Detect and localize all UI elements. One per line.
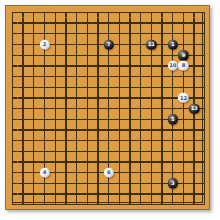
board-intersection[interactable] [18, 167, 29, 178]
board-intersection[interactable] [167, 103, 178, 114]
board-intersection[interactable] [114, 135, 125, 146]
board-intersection[interactable] [125, 189, 136, 200]
board-intersection[interactable] [82, 135, 93, 146]
board-intersection[interactable] [178, 39, 189, 50]
board-intersection[interactable] [71, 50, 82, 61]
board-intersection[interactable] [135, 103, 146, 114]
board-intersection[interactable] [157, 146, 168, 157]
board-intersection[interactable] [7, 125, 18, 136]
board-intersection[interactable] [28, 135, 39, 146]
board-intersection[interactable] [157, 71, 168, 82]
board-intersection[interactable] [61, 178, 72, 189]
board-intersection[interactable] [199, 125, 210, 136]
board-intersection[interactable] [50, 103, 61, 114]
board-intersection[interactable]: 13 [189, 103, 200, 114]
board-intersection[interactable] [189, 50, 200, 61]
board-intersection[interactable] [39, 146, 50, 157]
board-intersection[interactable] [146, 146, 157, 157]
board-intersection[interactable] [82, 71, 93, 82]
stone-black-9[interactable]: 9 [178, 50, 188, 60]
board-intersection[interactable] [189, 178, 200, 189]
board-intersection[interactable] [7, 146, 18, 157]
stone-white-2[interactable]: 2 [39, 39, 49, 49]
board-intersection[interactable] [167, 93, 178, 104]
board-intersection[interactable] [157, 167, 168, 178]
board-intersection[interactable] [114, 93, 125, 104]
board-intersection[interactable] [125, 167, 136, 178]
board-intersection[interactable] [71, 125, 82, 136]
board-intersection[interactable] [103, 103, 114, 114]
board-intersection[interactable] [39, 199, 50, 210]
board-intersection[interactable] [114, 199, 125, 210]
board-intersection[interactable] [189, 135, 200, 146]
board-intersection[interactable] [71, 199, 82, 210]
board-intersection[interactable] [199, 178, 210, 189]
board-intersection[interactable] [114, 71, 125, 82]
board-intersection[interactable] [125, 39, 136, 50]
board-intersection[interactable] [7, 114, 18, 125]
board-intersection[interactable] [157, 199, 168, 210]
board-intersection[interactable] [39, 50, 50, 61]
board-intersection[interactable] [189, 157, 200, 168]
board-intersection[interactable] [146, 125, 157, 136]
board-intersection[interactable] [135, 157, 146, 168]
board-intersection[interactable] [50, 157, 61, 168]
board-intersection[interactable] [114, 18, 125, 29]
board-intersection[interactable] [157, 178, 168, 189]
board-intersection[interactable] [125, 125, 136, 136]
board-intersection[interactable]: 2 [39, 39, 50, 50]
board-intersection[interactable] [114, 189, 125, 200]
board-intersection[interactable] [125, 114, 136, 125]
board-intersection[interactable] [7, 61, 18, 72]
board-intersection[interactable] [39, 135, 50, 146]
board-intersection[interactable] [146, 7, 157, 18]
board-intersection[interactable]: 1 [167, 39, 178, 50]
board-intersection[interactable] [71, 18, 82, 29]
board-intersection[interactable] [39, 82, 50, 93]
board-intersection[interactable] [28, 103, 39, 114]
board-intersection[interactable] [103, 18, 114, 29]
board-intersection[interactable] [199, 18, 210, 29]
board-intersection[interactable] [82, 157, 93, 168]
board-intersection[interactable] [61, 103, 72, 114]
board-intersection[interactable] [103, 61, 114, 72]
board-intersection[interactable] [71, 93, 82, 104]
board-intersection[interactable] [114, 167, 125, 178]
board-intersection[interactable] [189, 61, 200, 72]
board-intersection[interactable] [114, 125, 125, 136]
board-intersection[interactable] [135, 135, 146, 146]
board-intersection[interactable] [146, 50, 157, 61]
board-intersection[interactable] [114, 39, 125, 50]
board-intersection[interactable] [28, 114, 39, 125]
board-intersection[interactable] [71, 189, 82, 200]
board-intersection[interactable] [146, 61, 157, 72]
board-intersection[interactable] [135, 82, 146, 93]
board-intersection[interactable] [18, 71, 29, 82]
board-intersection[interactable] [146, 199, 157, 210]
board-intersection[interactable] [178, 28, 189, 39]
board-intersection[interactable] [93, 71, 104, 82]
board-intersection[interactable] [199, 7, 210, 18]
board-intersection[interactable] [7, 189, 18, 200]
board-intersection[interactable] [125, 103, 136, 114]
board-intersection[interactable] [50, 18, 61, 29]
board-intersection[interactable] [114, 28, 125, 39]
board-intersection[interactable] [39, 18, 50, 29]
board-intersection[interactable]: 6 [103, 167, 114, 178]
board-intersection[interactable] [189, 114, 200, 125]
board-intersection[interactable] [7, 71, 18, 82]
board-intersection[interactable] [199, 135, 210, 146]
board-intersection[interactable] [157, 50, 168, 61]
board-intersection[interactable] [189, 189, 200, 200]
board-intersection[interactable] [18, 135, 29, 146]
board-intersection[interactable] [189, 82, 200, 93]
board-intersection[interactable] [146, 189, 157, 200]
board-intersection[interactable] [167, 18, 178, 29]
board-intersection[interactable] [71, 103, 82, 114]
board-intersection[interactable] [71, 146, 82, 157]
board-intersection[interactable] [157, 7, 168, 18]
board-intersection[interactable] [178, 125, 189, 136]
board-intersection[interactable] [82, 39, 93, 50]
board-intersection[interactable] [71, 167, 82, 178]
board-intersection[interactable] [93, 178, 104, 189]
board-intersection[interactable] [82, 114, 93, 125]
board-intersection[interactable]: 4 [39, 167, 50, 178]
board-intersection[interactable] [199, 157, 210, 168]
board-intersection[interactable] [18, 114, 29, 125]
board-intersection[interactable] [61, 199, 72, 210]
board-intersection[interactable] [18, 7, 29, 18]
board-intersection[interactable] [103, 7, 114, 18]
board-intersection[interactable] [103, 114, 114, 125]
board-intersection[interactable] [50, 82, 61, 93]
board-intersection[interactable] [71, 71, 82, 82]
board-intersection[interactable]: 3 [167, 178, 178, 189]
board-intersection[interactable] [50, 146, 61, 157]
board-intersection[interactable]: 10 [167, 61, 178, 72]
board-intersection[interactable] [50, 189, 61, 200]
board-intersection[interactable] [135, 178, 146, 189]
board-intersection[interactable] [178, 178, 189, 189]
board-intersection[interactable] [125, 18, 136, 29]
board-intersection[interactable] [71, 178, 82, 189]
board-intersection[interactable] [50, 71, 61, 82]
board-intersection[interactable] [93, 157, 104, 168]
board-intersection[interactable] [82, 61, 93, 72]
board-intersection[interactable] [28, 93, 39, 104]
board-intersection[interactable] [93, 39, 104, 50]
board-intersection[interactable] [39, 114, 50, 125]
board-intersection[interactable] [114, 146, 125, 157]
board-intersection[interactable] [114, 50, 125, 61]
board-intersection[interactable] [7, 135, 18, 146]
board-intersection[interactable] [61, 93, 72, 104]
board-intersection[interactable] [93, 82, 104, 93]
board-intersection[interactable] [18, 50, 29, 61]
board-intersection[interactable] [93, 199, 104, 210]
board-intersection[interactable] [114, 103, 125, 114]
board-intersection[interactable] [7, 178, 18, 189]
board-intersection[interactable] [125, 82, 136, 93]
board-intersection[interactable] [199, 28, 210, 39]
board-intersection[interactable] [61, 157, 72, 168]
board-intersection[interactable]: 7 [103, 39, 114, 50]
board-intersection[interactable] [135, 61, 146, 72]
board-intersection[interactable] [103, 189, 114, 200]
board-intersection[interactable] [18, 146, 29, 157]
board-intersection[interactable] [135, 7, 146, 18]
board-intersection[interactable]: 9 [178, 50, 189, 61]
board-intersection[interactable]: 5 [167, 114, 178, 125]
board-intersection[interactable] [93, 28, 104, 39]
stone-black-5[interactable]: 5 [168, 114, 178, 124]
board-intersection[interactable] [18, 61, 29, 72]
board-intersection[interactable] [50, 167, 61, 178]
board-intersection[interactable] [93, 61, 104, 72]
board-intersection[interactable] [135, 125, 146, 136]
board-intersection[interactable] [82, 28, 93, 39]
board-intersection[interactable] [157, 114, 168, 125]
board-intersection[interactable] [178, 114, 189, 125]
board-intersection[interactable] [189, 18, 200, 29]
board-intersection[interactable] [157, 189, 168, 200]
board-intersection[interactable] [199, 199, 210, 210]
board-intersection[interactable] [93, 189, 104, 200]
board-intersection[interactable] [146, 114, 157, 125]
board-intersection[interactable] [93, 50, 104, 61]
board-intersection[interactable] [7, 39, 18, 50]
board-intersection[interactable] [135, 28, 146, 39]
board-intersection[interactable] [18, 103, 29, 114]
board-intersection[interactable] [18, 178, 29, 189]
board-intersection[interactable] [178, 135, 189, 146]
board-intersection[interactable] [103, 135, 114, 146]
board-intersection[interactable] [199, 189, 210, 200]
board-intersection[interactable] [167, 125, 178, 136]
board-intersection[interactable] [178, 189, 189, 200]
board-intersection[interactable] [61, 7, 72, 18]
board-intersection[interactable] [7, 103, 18, 114]
board-intersection[interactable] [28, 61, 39, 72]
board-intersection[interactable] [103, 199, 114, 210]
board-intersection[interactable] [18, 18, 29, 29]
board-intersection[interactable] [7, 82, 18, 93]
board-intersection[interactable] [50, 178, 61, 189]
board-intersection[interactable] [39, 28, 50, 39]
board-intersection[interactable] [18, 157, 29, 168]
board-intersection[interactable] [157, 61, 168, 72]
board-intersection[interactable] [7, 7, 18, 18]
stone-white-4[interactable]: 4 [39, 168, 49, 178]
board-intersection[interactable] [61, 114, 72, 125]
board-intersection[interactable] [61, 146, 72, 157]
board-intersection[interactable] [50, 114, 61, 125]
board-intersection[interactable] [199, 146, 210, 157]
stone-black-11[interactable]: 11 [146, 39, 156, 49]
board-intersection[interactable] [50, 61, 61, 72]
board-intersection[interactable] [18, 189, 29, 200]
board-intersection[interactable] [135, 18, 146, 29]
board-intersection[interactable] [50, 50, 61, 61]
board-intersection[interactable] [103, 28, 114, 39]
board-intersection[interactable] [28, 7, 39, 18]
board-intersection[interactable] [18, 93, 29, 104]
board-intersection[interactable] [50, 199, 61, 210]
board-intersection[interactable] [82, 189, 93, 200]
board-intersection[interactable] [125, 50, 136, 61]
board-intersection[interactable] [7, 199, 18, 210]
board-intersection[interactable] [28, 157, 39, 168]
board-intersection[interactable] [28, 146, 39, 157]
board-intersection[interactable] [135, 71, 146, 82]
board-intersection[interactable] [199, 167, 210, 178]
board-intersection[interactable] [199, 39, 210, 50]
board-intersection[interactable]: 12 [178, 93, 189, 104]
board-intersection[interactable] [135, 93, 146, 104]
board-intersection[interactable] [146, 178, 157, 189]
board-intersection[interactable] [7, 93, 18, 104]
board-intersection[interactable] [93, 114, 104, 125]
board-intersection[interactable] [167, 146, 178, 157]
board-intersection[interactable] [93, 167, 104, 178]
board-intersection[interactable] [28, 167, 39, 178]
board-intersection[interactable] [71, 28, 82, 39]
board-intersection[interactable] [189, 199, 200, 210]
board-intersection[interactable] [146, 28, 157, 39]
board-intersection[interactable] [189, 71, 200, 82]
board-intersection[interactable] [135, 50, 146, 61]
board-intersection[interactable] [71, 7, 82, 18]
board-intersection[interactable]: 11 [146, 39, 157, 50]
board-intersection[interactable] [189, 167, 200, 178]
stone-black-3[interactable]: 3 [168, 178, 178, 188]
board-intersection[interactable] [50, 39, 61, 50]
board-intersection[interactable] [178, 199, 189, 210]
board-intersection[interactable] [178, 103, 189, 114]
board-intersection[interactable] [125, 93, 136, 104]
board-intersection[interactable] [167, 189, 178, 200]
board-intersection[interactable] [93, 125, 104, 136]
board-intersection[interactable] [7, 157, 18, 168]
board-intersection[interactable] [82, 167, 93, 178]
board-intersection[interactable] [39, 61, 50, 72]
board-intersection[interactable] [93, 7, 104, 18]
board-intersection[interactable] [189, 93, 200, 104]
board-intersection[interactable] [93, 135, 104, 146]
board-intersection[interactable] [114, 157, 125, 168]
board-intersection[interactable] [82, 146, 93, 157]
board-intersection[interactable] [61, 71, 72, 82]
board-intersection[interactable] [103, 82, 114, 93]
stone-black-1[interactable]: 1 [168, 39, 178, 49]
board-intersection[interactable] [28, 50, 39, 61]
board-intersection[interactable] [114, 7, 125, 18]
board-intersection[interactable] [28, 28, 39, 39]
board-intersection[interactable] [93, 103, 104, 114]
board-intersection[interactable] [167, 71, 178, 82]
board-intersection[interactable] [82, 7, 93, 18]
board-intersection[interactable] [157, 103, 168, 114]
board-intersection[interactable] [199, 93, 210, 104]
board-intersection[interactable] [157, 28, 168, 39]
board-intersection[interactable] [39, 125, 50, 136]
board-intersection[interactable] [61, 82, 72, 93]
board-intersection[interactable] [18, 125, 29, 136]
board-intersection[interactable] [135, 146, 146, 157]
board-intersection[interactable] [178, 71, 189, 82]
board-intersection[interactable] [82, 125, 93, 136]
board-intersection[interactable] [189, 125, 200, 136]
board-intersection[interactable] [178, 146, 189, 157]
stone-black-13[interactable]: 13 [189, 103, 199, 113]
board-intersection[interactable] [146, 157, 157, 168]
stone-white-8[interactable]: 8 [178, 61, 188, 71]
board-intersection[interactable] [135, 114, 146, 125]
board-intersection[interactable] [125, 178, 136, 189]
board-intersection[interactable] [167, 199, 178, 210]
board-intersection[interactable] [18, 199, 29, 210]
board-intersection[interactable] [61, 28, 72, 39]
board-intersection[interactable] [7, 167, 18, 178]
board-intersection[interactable] [199, 61, 210, 72]
board-intersection[interactable] [178, 18, 189, 29]
board-intersection[interactable] [167, 167, 178, 178]
board-intersection[interactable] [199, 103, 210, 114]
board-intersection[interactable] [28, 189, 39, 200]
board-intersection[interactable] [178, 157, 189, 168]
board-intersection[interactable] [167, 82, 178, 93]
board-intersection[interactable] [135, 167, 146, 178]
board-intersection[interactable] [71, 39, 82, 50]
board-intersection[interactable] [199, 114, 210, 125]
board-intersection[interactable] [125, 199, 136, 210]
board-intersection[interactable] [61, 125, 72, 136]
board-intersection[interactable] [114, 114, 125, 125]
board-intersection[interactable] [146, 93, 157, 104]
board-intersection[interactable] [7, 50, 18, 61]
board-intersection[interactable] [18, 82, 29, 93]
board-intersection[interactable] [103, 50, 114, 61]
board-intersection[interactable] [93, 18, 104, 29]
board-intersection[interactable] [28, 18, 39, 29]
board-intersection[interactable] [28, 39, 39, 50]
board-intersection[interactable] [157, 18, 168, 29]
board-intersection[interactable] [178, 167, 189, 178]
board-intersection[interactable] [157, 39, 168, 50]
board-intersection[interactable] [39, 93, 50, 104]
board-intersection[interactable] [167, 135, 178, 146]
board-intersection[interactable] [71, 82, 82, 93]
board-intersection[interactable] [157, 135, 168, 146]
board-intersection[interactable] [18, 28, 29, 39]
stone-black-7[interactable]: 7 [103, 39, 113, 49]
board-intersection[interactable] [178, 82, 189, 93]
board-intersection[interactable] [28, 199, 39, 210]
board-intersection[interactable] [125, 28, 136, 39]
board-intersection[interactable] [39, 189, 50, 200]
board-intersection[interactable] [157, 157, 168, 168]
board-intersection[interactable] [189, 146, 200, 157]
board-intersection[interactable] [167, 28, 178, 39]
board-intersection[interactable] [125, 61, 136, 72]
board-intersection[interactable] [146, 82, 157, 93]
board-intersection[interactable] [82, 82, 93, 93]
board-intersection[interactable] [125, 146, 136, 157]
